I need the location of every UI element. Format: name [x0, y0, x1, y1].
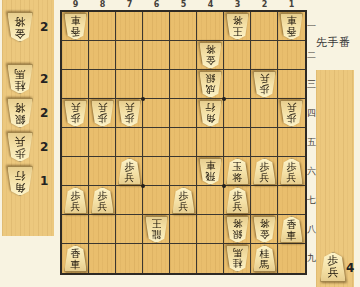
rank-label-8: 八 — [305, 215, 318, 244]
gote-hand-stand — [2, 0, 54, 236]
file-label-4: 4 — [197, 0, 224, 10]
rank-label-7: 七 — [305, 186, 318, 215]
file-label-5: 5 — [170, 0, 197, 10]
rank-label-4: 四 — [305, 99, 318, 128]
board-overlay — [62, 12, 305, 273]
file-label-6: 6 — [143, 0, 170, 10]
rank-label-1: 一 — [305, 12, 318, 41]
star-point — [222, 97, 226, 101]
rank-label-2: 二 — [305, 41, 318, 70]
rank-label-3: 三 — [305, 70, 318, 99]
star-point — [141, 184, 145, 188]
file-label-2: 2 — [251, 0, 278, 10]
shogi-app: 先手番 987654321一二三四五六七八九 香車王将香車金将成銀歩兵歩兵歩兵歩… — [0, 0, 360, 287]
file-label-3: 3 — [224, 0, 251, 10]
rank-label-5: 五 — [305, 128, 318, 157]
star-point — [141, 97, 145, 101]
file-label-9: 9 — [62, 0, 89, 10]
file-label-7: 7 — [116, 0, 143, 10]
turn-indicator: 先手番 — [316, 35, 360, 50]
file-label-1: 1 — [278, 0, 305, 10]
rank-label-9: 九 — [305, 244, 318, 273]
shogi-board — [60, 10, 307, 275]
file-label-8: 8 — [89, 0, 116, 10]
sente-hand-stand — [316, 70, 354, 287]
star-point — [222, 184, 226, 188]
rank-label-6: 六 — [305, 157, 318, 186]
